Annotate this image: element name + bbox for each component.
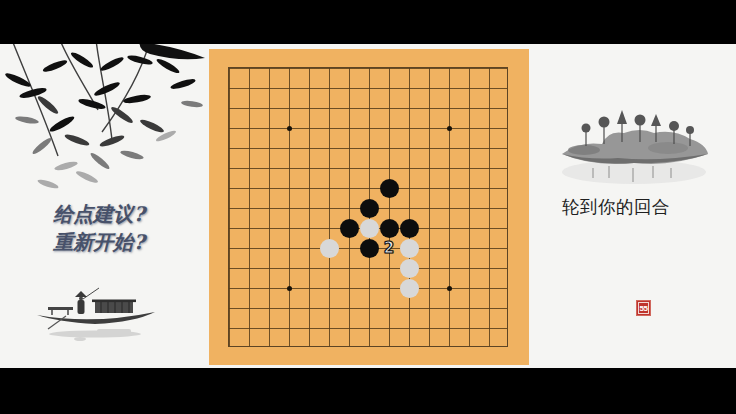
boat-ink-painting <box>35 284 157 348</box>
star-point <box>447 286 452 291</box>
star-point <box>287 286 292 291</box>
gomoku-board: 2 <box>209 49 529 365</box>
star-point <box>447 126 452 131</box>
bottom-letterbox-bar <box>0 368 736 414</box>
board-grid[interactable] <box>228 67 508 347</box>
bamboo-ink-painting <box>0 44 205 194</box>
move-counter-badge: 55 <box>636 300 651 316</box>
game-stage: 给点建议? 重新开始? 2 <box>0 44 736 368</box>
top-letterbox-bar <box>0 0 736 44</box>
star-point <box>287 126 292 131</box>
advice-button[interactable]: 给点建议? <box>44 203 154 225</box>
turn-status-label: 轮到你的回合 <box>562 195 682 219</box>
move-counter-value: 55 <box>638 302 649 314</box>
star-point <box>367 206 372 211</box>
island-ink-painting <box>548 100 720 188</box>
restart-button[interactable]: 重新开始? <box>44 231 154 253</box>
